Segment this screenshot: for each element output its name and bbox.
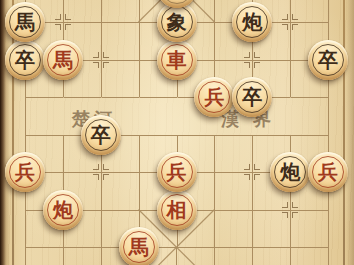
point-marker [92,51,110,69]
marker-corner [93,174,99,180]
point-marker [281,13,299,31]
marker-corner [244,174,250,180]
piece-red-chariot[interactable]: 車 [157,40,197,80]
marker-corner [93,52,99,58]
piece-black-pawn[interactable]: 卒 [5,40,45,80]
piece-character: 炮 [242,12,262,32]
board-frame-right [343,0,345,265]
piece-character: 馬 [15,12,35,32]
piece-black-pawn[interactable]: 卒 [308,40,348,80]
piece-character: 炮 [280,162,300,182]
piece-red-elephant[interactable]: 相 [157,190,197,230]
point-marker [54,13,72,31]
marker-corner [55,14,61,20]
piece-black-horse[interactable]: 馬 [5,2,45,42]
piece-black-cannon[interactable]: 炮 [270,152,310,192]
marker-corner [244,52,250,58]
piece-red-pawn[interactable]: 兵 [308,152,348,192]
point-marker [92,163,110,181]
piece-character: 炮 [53,200,73,220]
marker-corner [55,24,61,30]
marker-corner [282,212,288,218]
piece-character: 卒 [242,87,262,107]
marker-corner [244,62,250,68]
piece-red-cannon[interactable]: 炮 [43,190,83,230]
point-marker [243,51,261,69]
piece-character: 卒 [15,50,35,70]
piece-character: 車 [167,50,187,70]
marker-corner [292,202,298,208]
point-marker [281,201,299,219]
marker-corner [292,14,298,20]
marker-corner [282,202,288,208]
left-edge-shadow [0,0,10,265]
piece-character: 卒 [318,50,338,70]
marker-corner [65,14,71,20]
piece-red-horse[interactable]: 馬 [119,227,159,265]
piece-black-pawn[interactable]: 卒 [232,77,272,117]
piece-character: 象 [167,12,187,32]
piece-character: 卒 [91,125,111,145]
piece-black-elephant[interactable]: 象 [157,2,197,42]
marker-corner [254,52,260,58]
point-marker [243,163,261,181]
marker-corner [103,62,109,68]
piece-character: 兵 [167,162,187,182]
piece-character: 兵 [318,162,338,182]
piece-character: 馬 [129,237,149,257]
marker-corner [292,24,298,30]
marker-corner [254,62,260,68]
marker-corner [103,164,109,170]
marker-corner [93,62,99,68]
marker-corner [254,174,260,180]
marker-corner [282,14,288,20]
right-edge-shadow [346,0,354,265]
marker-corner [254,164,260,170]
piece-black-pawn[interactable]: 卒 [81,115,121,155]
marker-corner [103,174,109,180]
piece-black-cannon[interactable]: 炮 [232,2,272,42]
marker-corner [292,212,298,218]
marker-corner [244,164,250,170]
marker-corner [103,52,109,58]
piece-character: 相 [167,200,187,220]
board-stage: 楚河 漢界 馬象炮卒馬車卒兵卒卒兵兵炮兵炮相馬 [0,0,354,265]
board-frame-left [12,0,14,265]
marker-corner [65,24,71,30]
piece-character: 兵 [204,87,224,107]
piece-red-horse[interactable]: 馬 [43,40,83,80]
piece-red-pawn[interactable]: 兵 [194,77,234,117]
marker-corner [282,24,288,30]
piece-red-pawn[interactable]: 兵 [157,152,197,192]
piece-character: 馬 [53,50,73,70]
piece-character: 兵 [15,162,35,182]
piece-red-pawn[interactable]: 兵 [5,152,45,192]
marker-corner [93,164,99,170]
